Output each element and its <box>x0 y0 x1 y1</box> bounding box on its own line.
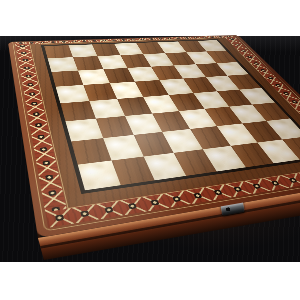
board-square <box>48 57 78 72</box>
chessboard-product-photo <box>0 0 300 300</box>
